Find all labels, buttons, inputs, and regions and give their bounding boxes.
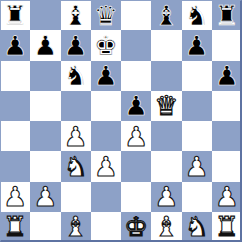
black-pawn-icon: ♟ [185, 32, 209, 59]
white-knight-icon: ♞ [185, 213, 209, 240]
square-c1[interactable]: ♝ [61, 212, 91, 242]
square-c5[interactable] [61, 91, 91, 121]
square-b2[interactable]: ♟ [30, 182, 60, 212]
white-pawn-icon: ♟ [33, 183, 57, 210]
square-b1[interactable] [30, 212, 60, 242]
square-e6[interactable] [121, 61, 151, 91]
black-pawn-icon: ♟ [64, 32, 88, 59]
square-g7[interactable]: ♟ [182, 30, 212, 60]
square-a1[interactable]: ♜ [0, 212, 30, 242]
square-c8[interactable]: ♝ [61, 0, 91, 30]
square-b3[interactable] [30, 151, 60, 181]
white-bishop-icon: ♝ [64, 213, 88, 240]
chess-board-container: ♜♝♛♝♞♜♟♟♟♚♟♞♟♟♟♛♟♟♞♟♟♟♟♟♟♜♝♚♝♞♜ [0, 0, 242, 242]
square-f3[interactable] [151, 151, 181, 181]
square-h1[interactable]: ♜ [212, 212, 242, 242]
square-f5[interactable]: ♛ [151, 91, 181, 121]
square-a2[interactable]: ♟ [0, 182, 30, 212]
square-g8[interactable]: ♞ [182, 0, 212, 30]
black-queen-icon: ♛ [94, 2, 118, 29]
square-b8[interactable] [30, 0, 60, 30]
square-h3[interactable] [212, 151, 242, 181]
black-pawn-icon: ♟ [124, 92, 148, 119]
black-pawn-icon: ♟ [3, 32, 27, 59]
white-rook-icon: ♜ [3, 213, 27, 240]
square-e1[interactable]: ♚ [121, 212, 151, 242]
square-f2[interactable]: ♟ [151, 182, 181, 212]
square-h7[interactable] [212, 30, 242, 60]
black-bishop-icon: ♝ [64, 2, 88, 29]
square-h8[interactable]: ♜ [212, 0, 242, 30]
square-h6[interactable]: ♟ [212, 61, 242, 91]
square-b5[interactable] [30, 91, 60, 121]
square-c3[interactable]: ♞ [61, 151, 91, 181]
white-pawn-icon: ♟ [64, 123, 88, 150]
square-c4[interactable]: ♟ [61, 121, 91, 151]
square-a5[interactable] [0, 91, 30, 121]
square-c6[interactable]: ♞ [61, 61, 91, 91]
square-a4[interactable] [0, 121, 30, 151]
square-a3[interactable] [0, 151, 30, 181]
square-d3[interactable]: ♟ [91, 151, 121, 181]
square-f8[interactable]: ♝ [151, 0, 181, 30]
white-queen-icon: ♛ [154, 92, 178, 119]
square-g6[interactable] [182, 61, 212, 91]
white-pawn-icon: ♟ [154, 183, 178, 210]
square-e5[interactable]: ♟ [121, 91, 151, 121]
white-king-icon: ♚ [124, 213, 148, 240]
square-b6[interactable] [30, 61, 60, 91]
black-king-icon: ♚ [94, 32, 118, 59]
square-f4[interactable] [151, 121, 181, 151]
white-pawn-icon: ♟ [124, 123, 148, 150]
square-f1[interactable]: ♝ [151, 212, 181, 242]
black-pawn-icon: ♟ [215, 62, 239, 89]
square-b7[interactable]: ♟ [30, 30, 60, 60]
square-c2[interactable] [61, 182, 91, 212]
white-pawn-icon: ♟ [215, 183, 239, 210]
black-knight-icon: ♞ [64, 62, 88, 89]
square-g2[interactable] [182, 182, 212, 212]
white-pawn-icon: ♟ [185, 153, 209, 180]
square-d5[interactable] [91, 91, 121, 121]
square-h2[interactable]: ♟ [212, 182, 242, 212]
black-rook-icon: ♜ [215, 2, 239, 29]
square-a8[interactable]: ♜ [0, 0, 30, 30]
square-d1[interactable] [91, 212, 121, 242]
square-g4[interactable] [182, 121, 212, 151]
square-b4[interactable] [30, 121, 60, 151]
square-g3[interactable]: ♟ [182, 151, 212, 181]
square-e3[interactable] [121, 151, 151, 181]
black-pawn-icon: ♟ [33, 32, 57, 59]
square-f6[interactable] [151, 61, 181, 91]
square-e8[interactable] [121, 0, 151, 30]
black-rook-icon: ♜ [3, 2, 27, 29]
white-rook-icon: ♜ [215, 213, 239, 240]
square-h4[interactable] [212, 121, 242, 151]
square-g5[interactable] [182, 91, 212, 121]
square-c7[interactable]: ♟ [61, 30, 91, 60]
black-bishop-icon: ♝ [154, 2, 178, 29]
square-f7[interactable] [151, 30, 181, 60]
white-pawn-icon: ♟ [94, 153, 118, 180]
white-knight-icon: ♞ [64, 153, 88, 180]
square-d7[interactable]: ♚ [91, 30, 121, 60]
square-g1[interactable]: ♞ [182, 212, 212, 242]
black-knight-icon: ♞ [185, 2, 209, 29]
white-bishop-icon: ♝ [154, 213, 178, 240]
square-a7[interactable]: ♟ [0, 30, 30, 60]
square-a6[interactable] [0, 61, 30, 91]
square-d4[interactable] [91, 121, 121, 151]
square-h5[interactable] [212, 91, 242, 121]
white-pawn-icon: ♟ [3, 183, 27, 210]
chess-board: ♜♝♛♝♞♜♟♟♟♚♟♞♟♟♟♛♟♟♞♟♟♟♟♟♟♜♝♚♝♞♜ [0, 0, 242, 242]
square-d6[interactable]: ♟ [91, 61, 121, 91]
square-e2[interactable] [121, 182, 151, 212]
square-d8[interactable]: ♛ [91, 0, 121, 30]
square-e4[interactable]: ♟ [121, 121, 151, 151]
black-pawn-icon: ♟ [94, 62, 118, 89]
square-e7[interactable] [121, 30, 151, 60]
square-d2[interactable] [91, 182, 121, 212]
